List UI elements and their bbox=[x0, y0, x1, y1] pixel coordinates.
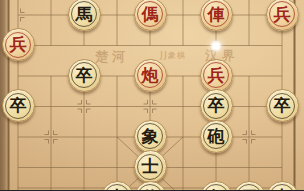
piece-glyph: 卒 bbox=[76, 66, 93, 83]
piece-glyph: 象 bbox=[142, 127, 159, 144]
piece-glyph: 卒 bbox=[208, 97, 225, 114]
piece-black-elephant[interactable]: 象 bbox=[200, 181, 233, 191]
piece-red-horse[interactable]: 傌 bbox=[134, 0, 167, 31]
piece-black-horse[interactable]: 馬 bbox=[68, 0, 101, 31]
piece-glyph: 兵 bbox=[10, 36, 27, 53]
piece-glyph: 象 bbox=[208, 188, 225, 190]
piece-red-pawn[interactable]: 兵 bbox=[266, 0, 299, 31]
move-indicator-dot[interactable] bbox=[213, 42, 220, 49]
piece-glyph: 馬 bbox=[241, 188, 258, 190]
piece-glyph: 砲 bbox=[208, 127, 225, 144]
piece-black-soldier[interactable]: 卒 bbox=[266, 89, 299, 122]
pieces-layer: 馬傌俥兵兵卒炮兵卒卒卒象砲士士將象馬車 bbox=[2, 0, 299, 190]
piece-black-advisor[interactable]: 士 bbox=[134, 150, 167, 183]
piece-glyph: 兵 bbox=[274, 5, 291, 22]
piece-black-cannon[interactable]: 砲 bbox=[200, 120, 233, 153]
piece-black-soldier[interactable]: 卒 bbox=[2, 89, 35, 122]
piece-glyph: 將 bbox=[142, 188, 159, 190]
piece-red-cannon[interactable]: 炮 bbox=[134, 59, 167, 92]
piece-red-pawn[interactable]: 兵 bbox=[200, 59, 233, 92]
piece-glyph: 車 bbox=[274, 188, 291, 190]
piece-glyph: 傌 bbox=[142, 5, 159, 22]
piece-glyph: 兵 bbox=[208, 66, 225, 83]
piece-glyph: 俥 bbox=[208, 5, 225, 22]
piece-red-chariot[interactable]: 俥 bbox=[200, 0, 233, 31]
piece-black-horse[interactable]: 馬 bbox=[233, 181, 266, 191]
piece-glyph: 卒 bbox=[10, 97, 27, 114]
piece-glyph: 士 bbox=[109, 188, 126, 190]
xiangqi-board[interactable]: 楚河 JJ象棋 汉界 馬傌俥兵兵卒炮兵卒卒卒象砲士士將象馬車 bbox=[0, 0, 304, 190]
piece-black-soldier[interactable]: 卒 bbox=[68, 59, 101, 92]
piece-glyph: 馬 bbox=[76, 5, 93, 22]
piece-black-advisor[interactable]: 士 bbox=[101, 181, 134, 191]
piece-glyph: 士 bbox=[142, 158, 159, 175]
piece-red-pawn[interactable]: 兵 bbox=[2, 28, 35, 61]
piece-glyph: 卒 bbox=[274, 97, 291, 114]
piece-black-elephant[interactable]: 象 bbox=[134, 120, 167, 153]
piece-black-soldier[interactable]: 卒 bbox=[200, 89, 233, 122]
piece-black-general[interactable]: 將 bbox=[134, 181, 167, 191]
piece-black-chariot[interactable]: 車 bbox=[266, 181, 299, 191]
piece-glyph: 炮 bbox=[142, 66, 159, 83]
